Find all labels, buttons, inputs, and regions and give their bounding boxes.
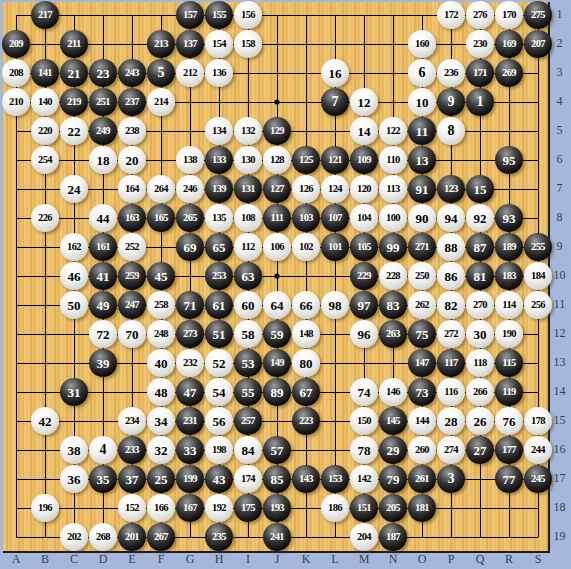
cell-J15[interactable] bbox=[263, 407, 292, 436]
cell-Q9[interactable]: 87 bbox=[466, 233, 495, 262]
cell-R16[interactable]: 177 bbox=[495, 436, 524, 465]
cell-E8[interactable]: 163 bbox=[118, 204, 147, 233]
cell-M18[interactable]: 151 bbox=[350, 494, 379, 523]
cell-N12[interactable]: 263 bbox=[379, 320, 408, 349]
cell-P17[interactable]: 3 bbox=[437, 465, 466, 494]
cell-K12[interactable]: 148 bbox=[292, 320, 321, 349]
cell-A17[interactable] bbox=[2, 465, 31, 494]
cell-E9[interactable]: 252 bbox=[118, 233, 147, 262]
cell-E1[interactable] bbox=[118, 1, 147, 30]
cell-L11[interactable]: 98 bbox=[321, 291, 350, 320]
cell-N15[interactable]: 145 bbox=[379, 407, 408, 436]
cell-I13[interactable]: 53 bbox=[234, 349, 263, 378]
cell-R11[interactable]: 114 bbox=[495, 291, 524, 320]
cell-I19[interactable] bbox=[234, 523, 263, 552]
cell-J1[interactable] bbox=[263, 1, 292, 30]
cell-I8[interactable]: 108 bbox=[234, 204, 263, 233]
cell-N14[interactable]: 146 bbox=[379, 378, 408, 407]
cell-E15[interactable]: 234 bbox=[118, 407, 147, 436]
cell-D8[interactable]: 44 bbox=[89, 204, 118, 233]
cell-E5[interactable]: 238 bbox=[118, 117, 147, 146]
cell-R8[interactable]: 93 bbox=[495, 204, 524, 233]
cell-K13[interactable]: 80 bbox=[292, 349, 321, 378]
cell-I14[interactable]: 55 bbox=[234, 378, 263, 407]
cell-L17[interactable]: 153 bbox=[321, 465, 350, 494]
cell-J6[interactable]: 128 bbox=[263, 146, 292, 175]
cell-L6[interactable]: 121 bbox=[321, 146, 350, 175]
cell-E2[interactable] bbox=[118, 30, 147, 59]
cell-O4[interactable]: 10 bbox=[408, 88, 437, 117]
cell-F17[interactable]: 25 bbox=[147, 465, 176, 494]
cell-R17[interactable]: 77 bbox=[495, 465, 524, 494]
cell-G17[interactable]: 199 bbox=[176, 465, 205, 494]
cell-M14[interactable]: 74 bbox=[350, 378, 379, 407]
cell-F8[interactable]: 165 bbox=[147, 204, 176, 233]
cell-F4[interactable]: 214 bbox=[147, 88, 176, 117]
cell-Q4[interactable]: 1 bbox=[466, 88, 495, 117]
cell-H2[interactable]: 154 bbox=[205, 30, 234, 59]
cell-Q12[interactable]: 30 bbox=[466, 320, 495, 349]
cell-G10[interactable] bbox=[176, 262, 205, 291]
cell-E4[interactable]: 237 bbox=[118, 88, 147, 117]
cell-K2[interactable] bbox=[292, 30, 321, 59]
cell-K9[interactable]: 102 bbox=[292, 233, 321, 262]
cell-O13[interactable]: 147 bbox=[408, 349, 437, 378]
cell-D18[interactable] bbox=[89, 494, 118, 523]
cell-I15[interactable]: 257 bbox=[234, 407, 263, 436]
cell-O2[interactable]: 160 bbox=[408, 30, 437, 59]
cell-H9[interactable]: 65 bbox=[205, 233, 234, 262]
cell-O19[interactable] bbox=[408, 523, 437, 552]
cell-P9[interactable]: 88 bbox=[437, 233, 466, 262]
cell-A12[interactable] bbox=[2, 320, 31, 349]
cell-A7[interactable] bbox=[2, 175, 31, 204]
cell-F12[interactable]: 248 bbox=[147, 320, 176, 349]
cell-N7[interactable]: 113 bbox=[379, 175, 408, 204]
cell-C12[interactable] bbox=[60, 320, 89, 349]
cell-I11[interactable]: 60 bbox=[234, 291, 263, 320]
cell-M12[interactable]: 96 bbox=[350, 320, 379, 349]
cell-I12[interactable]: 58 bbox=[234, 320, 263, 349]
cell-H18[interactable]: 192 bbox=[205, 494, 234, 523]
cell-H12[interactable]: 51 bbox=[205, 320, 234, 349]
cell-P14[interactable]: 116 bbox=[437, 378, 466, 407]
cell-J13[interactable]: 149 bbox=[263, 349, 292, 378]
cell-O14[interactable]: 73 bbox=[408, 378, 437, 407]
cell-P2[interactable] bbox=[437, 30, 466, 59]
cell-M2[interactable] bbox=[350, 30, 379, 59]
cell-G1[interactable]: 157 bbox=[176, 1, 205, 30]
cell-R3[interactable]: 269 bbox=[495, 59, 524, 88]
cell-G14[interactable]: 47 bbox=[176, 378, 205, 407]
cell-Q15[interactable]: 26 bbox=[466, 407, 495, 436]
cell-O16[interactable]: 260 bbox=[408, 436, 437, 465]
cell-R4[interactable] bbox=[495, 88, 524, 117]
cell-M6[interactable]: 109 bbox=[350, 146, 379, 175]
cell-M13[interactable] bbox=[350, 349, 379, 378]
cell-G12[interactable]: 273 bbox=[176, 320, 205, 349]
cell-R19[interactable] bbox=[495, 523, 524, 552]
cell-C11[interactable]: 50 bbox=[60, 291, 89, 320]
cell-M15[interactable]: 150 bbox=[350, 407, 379, 436]
cell-G8[interactable]: 265 bbox=[176, 204, 205, 233]
cell-O5[interactable]: 11 bbox=[408, 117, 437, 146]
cell-A1[interactable] bbox=[2, 1, 31, 30]
cell-M16[interactable]: 78 bbox=[350, 436, 379, 465]
cell-O15[interactable]: 144 bbox=[408, 407, 437, 436]
cell-L19[interactable] bbox=[321, 523, 350, 552]
cell-L12[interactable] bbox=[321, 320, 350, 349]
cell-M3[interactable] bbox=[350, 59, 379, 88]
cell-R2[interactable]: 169 bbox=[495, 30, 524, 59]
cell-R12[interactable]: 190 bbox=[495, 320, 524, 349]
cell-L3[interactable]: 16 bbox=[321, 59, 350, 88]
cell-H13[interactable]: 52 bbox=[205, 349, 234, 378]
cell-K5[interactable] bbox=[292, 117, 321, 146]
cell-A18[interactable] bbox=[2, 494, 31, 523]
cell-Q1[interactable]: 276 bbox=[466, 1, 495, 30]
cell-B10[interactable] bbox=[31, 262, 60, 291]
cell-N13[interactable] bbox=[379, 349, 408, 378]
cell-B19[interactable] bbox=[31, 523, 60, 552]
cell-C17[interactable]: 36 bbox=[60, 465, 89, 494]
cell-J7[interactable]: 127 bbox=[263, 175, 292, 204]
cell-E7[interactable]: 164 bbox=[118, 175, 147, 204]
cell-M8[interactable]: 104 bbox=[350, 204, 379, 233]
cell-C9[interactable]: 162 bbox=[60, 233, 89, 262]
cell-R6[interactable]: 95 bbox=[495, 146, 524, 175]
cell-I9[interactable]: 112 bbox=[234, 233, 263, 262]
cell-K10[interactable] bbox=[292, 262, 321, 291]
cell-M5[interactable]: 14 bbox=[350, 117, 379, 146]
cell-E10[interactable]: 259 bbox=[118, 262, 147, 291]
cell-D7[interactable] bbox=[89, 175, 118, 204]
cell-K6[interactable]: 125 bbox=[292, 146, 321, 175]
cell-F2[interactable]: 213 bbox=[147, 30, 176, 59]
cell-K17[interactable]: 143 bbox=[292, 465, 321, 494]
cell-I18[interactable]: 175 bbox=[234, 494, 263, 523]
cell-E6[interactable]: 20 bbox=[118, 146, 147, 175]
cell-O3[interactable]: 6 bbox=[408, 59, 437, 88]
cell-G13[interactable]: 232 bbox=[176, 349, 205, 378]
cell-O8[interactable]: 90 bbox=[408, 204, 437, 233]
cell-Q3[interactable]: 171 bbox=[466, 59, 495, 88]
cell-J4[interactable] bbox=[263, 88, 292, 117]
cell-H4[interactable] bbox=[205, 88, 234, 117]
cell-R1[interactable]: 170 bbox=[495, 1, 524, 30]
cell-B16[interactable] bbox=[31, 436, 60, 465]
cell-H19[interactable]: 235 bbox=[205, 523, 234, 552]
cell-A3[interactable]: 208 bbox=[2, 59, 31, 88]
cell-J11[interactable]: 64 bbox=[263, 291, 292, 320]
cell-Q18[interactable] bbox=[466, 494, 495, 523]
cell-O6[interactable]: 13 bbox=[408, 146, 437, 175]
cell-B4[interactable]: 140 bbox=[31, 88, 60, 117]
cell-L16[interactable] bbox=[321, 436, 350, 465]
cell-N16[interactable]: 29 bbox=[379, 436, 408, 465]
cell-J2[interactable] bbox=[263, 30, 292, 59]
cell-M11[interactable]: 97 bbox=[350, 291, 379, 320]
cell-P1[interactable]: 172 bbox=[437, 1, 466, 30]
cell-R10[interactable]: 183 bbox=[495, 262, 524, 291]
cell-H14[interactable]: 54 bbox=[205, 378, 234, 407]
cell-C2[interactable]: 211 bbox=[60, 30, 89, 59]
cell-I17[interactable]: 174 bbox=[234, 465, 263, 494]
cell-H17[interactable]: 43 bbox=[205, 465, 234, 494]
cell-D15[interactable] bbox=[89, 407, 118, 436]
cell-B12[interactable] bbox=[31, 320, 60, 349]
cell-J19[interactable]: 241 bbox=[263, 523, 292, 552]
cell-L8[interactable]: 107 bbox=[321, 204, 350, 233]
cell-J18[interactable]: 193 bbox=[263, 494, 292, 523]
cell-O18[interactable]: 181 bbox=[408, 494, 437, 523]
cell-G15[interactable]: 231 bbox=[176, 407, 205, 436]
cell-P10[interactable]: 86 bbox=[437, 262, 466, 291]
cell-R5[interactable] bbox=[495, 117, 524, 146]
cell-I1[interactable]: 156 bbox=[234, 1, 263, 30]
cell-C3[interactable]: 21 bbox=[60, 59, 89, 88]
cell-N18[interactable]: 205 bbox=[379, 494, 408, 523]
cell-E13[interactable] bbox=[118, 349, 147, 378]
cell-B13[interactable] bbox=[31, 349, 60, 378]
cell-O11[interactable]: 262 bbox=[408, 291, 437, 320]
cell-D10[interactable]: 41 bbox=[89, 262, 118, 291]
cell-D6[interactable]: 18 bbox=[89, 146, 118, 175]
cell-F7[interactable]: 264 bbox=[147, 175, 176, 204]
cell-C7[interactable]: 24 bbox=[60, 175, 89, 204]
cell-H5[interactable]: 134 bbox=[205, 117, 234, 146]
cell-N9[interactable]: 99 bbox=[379, 233, 408, 262]
cell-C1[interactable] bbox=[60, 1, 89, 30]
cell-Q5[interactable] bbox=[466, 117, 495, 146]
cell-C19[interactable]: 202 bbox=[60, 523, 89, 552]
cell-D14[interactable] bbox=[89, 378, 118, 407]
cell-A16[interactable] bbox=[2, 436, 31, 465]
cell-J14[interactable]: 89 bbox=[263, 378, 292, 407]
cell-L9[interactable]: 101 bbox=[321, 233, 350, 262]
cell-H10[interactable]: 253 bbox=[205, 262, 234, 291]
cell-H3[interactable]: 136 bbox=[205, 59, 234, 88]
cell-K16[interactable] bbox=[292, 436, 321, 465]
cell-G6[interactable]: 138 bbox=[176, 146, 205, 175]
cell-Q16[interactable]: 27 bbox=[466, 436, 495, 465]
cell-F6[interactable] bbox=[147, 146, 176, 175]
cell-J9[interactable]: 106 bbox=[263, 233, 292, 262]
cell-P5[interactable]: 8 bbox=[437, 117, 466, 146]
cell-B14[interactable] bbox=[31, 378, 60, 407]
cell-A2[interactable]: 209 bbox=[2, 30, 31, 59]
cell-L10[interactable] bbox=[321, 262, 350, 291]
cell-F9[interactable] bbox=[147, 233, 176, 262]
cell-A5[interactable] bbox=[2, 117, 31, 146]
cell-O17[interactable]: 261 bbox=[408, 465, 437, 494]
cell-G16[interactable]: 33 bbox=[176, 436, 205, 465]
cell-C16[interactable]: 38 bbox=[60, 436, 89, 465]
cell-N6[interactable]: 110 bbox=[379, 146, 408, 175]
cell-A14[interactable] bbox=[2, 378, 31, 407]
cell-N10[interactable]: 228 bbox=[379, 262, 408, 291]
cell-A13[interactable] bbox=[2, 349, 31, 378]
cell-Q19[interactable] bbox=[466, 523, 495, 552]
cell-K15[interactable]: 223 bbox=[292, 407, 321, 436]
cell-N1[interactable] bbox=[379, 1, 408, 30]
cell-K8[interactable]: 103 bbox=[292, 204, 321, 233]
cell-N8[interactable]: 100 bbox=[379, 204, 408, 233]
cell-E16[interactable]: 233 bbox=[118, 436, 147, 465]
cell-A11[interactable] bbox=[2, 291, 31, 320]
cell-D2[interactable] bbox=[89, 30, 118, 59]
cell-J17[interactable]: 85 bbox=[263, 465, 292, 494]
cell-I2[interactable]: 158 bbox=[234, 30, 263, 59]
cell-E19[interactable]: 201 bbox=[118, 523, 147, 552]
cell-B2[interactable] bbox=[31, 30, 60, 59]
cell-B8[interactable]: 226 bbox=[31, 204, 60, 233]
cell-B1[interactable]: 217 bbox=[31, 1, 60, 30]
cell-B5[interactable]: 220 bbox=[31, 117, 60, 146]
cell-A9[interactable] bbox=[2, 233, 31, 262]
cell-G18[interactable]: 167 bbox=[176, 494, 205, 523]
cell-H15[interactable]: 56 bbox=[205, 407, 234, 436]
cell-J16[interactable]: 57 bbox=[263, 436, 292, 465]
cell-E12[interactable]: 70 bbox=[118, 320, 147, 349]
cell-A10[interactable] bbox=[2, 262, 31, 291]
cell-H7[interactable]: 139 bbox=[205, 175, 234, 204]
cell-E11[interactable]: 247 bbox=[118, 291, 147, 320]
cell-C10[interactable]: 46 bbox=[60, 262, 89, 291]
cell-H8[interactable]: 135 bbox=[205, 204, 234, 233]
cell-J3[interactable] bbox=[263, 59, 292, 88]
cell-L4[interactable]: 7 bbox=[321, 88, 350, 117]
cell-J8[interactable]: 111 bbox=[263, 204, 292, 233]
cell-C4[interactable]: 219 bbox=[60, 88, 89, 117]
cell-H1[interactable]: 155 bbox=[205, 1, 234, 30]
cell-G3[interactable]: 212 bbox=[176, 59, 205, 88]
cell-R13[interactable]: 115 bbox=[495, 349, 524, 378]
cell-F19[interactable]: 267 bbox=[147, 523, 176, 552]
cell-J10[interactable] bbox=[263, 262, 292, 291]
cell-D9[interactable]: 161 bbox=[89, 233, 118, 262]
go-board[interactable]: 2171571551561722761702752092112131371541… bbox=[3, 2, 550, 553]
cell-K7[interactable]: 126 bbox=[292, 175, 321, 204]
cell-I16[interactable]: 84 bbox=[234, 436, 263, 465]
cell-O1[interactable] bbox=[408, 1, 437, 30]
cell-J12[interactable]: 59 bbox=[263, 320, 292, 349]
cell-P18[interactable] bbox=[437, 494, 466, 523]
cell-F5[interactable] bbox=[147, 117, 176, 146]
cell-Q7[interactable]: 15 bbox=[466, 175, 495, 204]
cell-Q14[interactable]: 266 bbox=[466, 378, 495, 407]
cell-A15[interactable] bbox=[2, 407, 31, 436]
cell-D11[interactable]: 49 bbox=[89, 291, 118, 320]
cell-D17[interactable]: 35 bbox=[89, 465, 118, 494]
cell-G4[interactable] bbox=[176, 88, 205, 117]
cell-L14[interactable] bbox=[321, 378, 350, 407]
cell-C18[interactable] bbox=[60, 494, 89, 523]
cell-M4[interactable]: 12 bbox=[350, 88, 379, 117]
cell-C5[interactable]: 22 bbox=[60, 117, 89, 146]
cell-P13[interactable]: 117 bbox=[437, 349, 466, 378]
cell-P7[interactable]: 123 bbox=[437, 175, 466, 204]
cell-I6[interactable]: 130 bbox=[234, 146, 263, 175]
cell-D19[interactable]: 268 bbox=[89, 523, 118, 552]
cell-Q13[interactable]: 118 bbox=[466, 349, 495, 378]
cell-K19[interactable] bbox=[292, 523, 321, 552]
cell-K1[interactable] bbox=[292, 1, 321, 30]
cell-A6[interactable] bbox=[2, 146, 31, 175]
cell-O9[interactable]: 271 bbox=[408, 233, 437, 262]
cell-O7[interactable]: 91 bbox=[408, 175, 437, 204]
cell-P12[interactable]: 272 bbox=[437, 320, 466, 349]
cell-J5[interactable]: 129 bbox=[263, 117, 292, 146]
cell-P11[interactable]: 82 bbox=[437, 291, 466, 320]
cell-C14[interactable]: 31 bbox=[60, 378, 89, 407]
cell-K4[interactable] bbox=[292, 88, 321, 117]
cell-M17[interactable]: 142 bbox=[350, 465, 379, 494]
cell-K18[interactable] bbox=[292, 494, 321, 523]
cell-P6[interactable] bbox=[437, 146, 466, 175]
cell-R7[interactable] bbox=[495, 175, 524, 204]
cell-Q2[interactable]: 230 bbox=[466, 30, 495, 59]
cell-D16[interactable]: 4 bbox=[89, 436, 118, 465]
cell-Q6[interactable] bbox=[466, 146, 495, 175]
cell-O12[interactable]: 75 bbox=[408, 320, 437, 349]
cell-F14[interactable]: 48 bbox=[147, 378, 176, 407]
cell-E18[interactable]: 152 bbox=[118, 494, 147, 523]
cell-I3[interactable] bbox=[234, 59, 263, 88]
cell-F3[interactable]: 5 bbox=[147, 59, 176, 88]
cell-R15[interactable]: 76 bbox=[495, 407, 524, 436]
cell-H6[interactable]: 133 bbox=[205, 146, 234, 175]
cell-N3[interactable] bbox=[379, 59, 408, 88]
cell-G19[interactable] bbox=[176, 523, 205, 552]
cell-L15[interactable] bbox=[321, 407, 350, 436]
cell-F13[interactable]: 40 bbox=[147, 349, 176, 378]
cell-L1[interactable] bbox=[321, 1, 350, 30]
cell-D1[interactable] bbox=[89, 1, 118, 30]
cell-M9[interactable]: 105 bbox=[350, 233, 379, 262]
cell-B7[interactable] bbox=[31, 175, 60, 204]
cell-H16[interactable]: 198 bbox=[205, 436, 234, 465]
cell-C6[interactable] bbox=[60, 146, 89, 175]
cell-Q17[interactable] bbox=[466, 465, 495, 494]
cell-B9[interactable] bbox=[31, 233, 60, 262]
cell-I7[interactable]: 131 bbox=[234, 175, 263, 204]
cell-D4[interactable]: 251 bbox=[89, 88, 118, 117]
cell-L2[interactable] bbox=[321, 30, 350, 59]
cell-P8[interactable]: 94 bbox=[437, 204, 466, 233]
cell-B6[interactable]: 254 bbox=[31, 146, 60, 175]
cell-F15[interactable]: 34 bbox=[147, 407, 176, 436]
cell-C15[interactable] bbox=[60, 407, 89, 436]
cell-P4[interactable]: 9 bbox=[437, 88, 466, 117]
cell-N2[interactable] bbox=[379, 30, 408, 59]
cell-Q11[interactable]: 270 bbox=[466, 291, 495, 320]
cell-D3[interactable]: 23 bbox=[89, 59, 118, 88]
cell-H11[interactable]: 61 bbox=[205, 291, 234, 320]
cell-N11[interactable]: 83 bbox=[379, 291, 408, 320]
cell-L18[interactable]: 186 bbox=[321, 494, 350, 523]
cell-N17[interactable]: 79 bbox=[379, 465, 408, 494]
cell-P3[interactable]: 236 bbox=[437, 59, 466, 88]
cell-B15[interactable]: 42 bbox=[31, 407, 60, 436]
cell-L13[interactable] bbox=[321, 349, 350, 378]
cell-G5[interactable] bbox=[176, 117, 205, 146]
cell-I10[interactable]: 63 bbox=[234, 262, 263, 291]
cell-C13[interactable] bbox=[60, 349, 89, 378]
cell-P16[interactable]: 274 bbox=[437, 436, 466, 465]
cell-F16[interactable]: 32 bbox=[147, 436, 176, 465]
cell-I4[interactable] bbox=[234, 88, 263, 117]
